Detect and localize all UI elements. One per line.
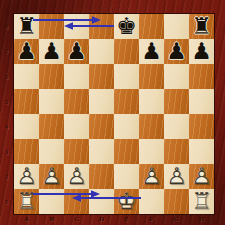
black-pawn: ♟ xyxy=(164,39,189,64)
square-b7[interactable]: ♟ xyxy=(39,39,64,64)
white-king: ♚♔ xyxy=(114,189,139,214)
square-c5[interactable] xyxy=(64,89,89,114)
white-pawn: ♟♙ xyxy=(139,164,164,189)
square-d4[interactable] xyxy=(89,114,114,139)
black-pawn: ♟ xyxy=(189,39,214,64)
square-a6[interactable] xyxy=(14,64,39,89)
square-c8[interactable] xyxy=(64,14,89,39)
square-g5[interactable] xyxy=(164,89,189,114)
square-a7[interactable]: ♟ xyxy=(14,39,39,64)
square-b8[interactable] xyxy=(39,14,64,39)
black-pawn: ♟ xyxy=(14,39,39,64)
square-g2[interactable]: ♟♙ xyxy=(164,164,189,189)
rank-label-4: 4 xyxy=(1,114,12,139)
white-pawn: ♟♙ xyxy=(164,164,189,189)
black-rook: ♜ xyxy=(189,14,214,39)
square-h5[interactable] xyxy=(189,89,214,114)
square-e4[interactable] xyxy=(114,114,139,139)
square-b1[interactable] xyxy=(39,189,64,214)
white-pawn: ♟♙ xyxy=(64,164,89,189)
square-a2[interactable]: ♟♙ xyxy=(14,164,39,189)
file-label-c: C xyxy=(64,214,89,224)
square-c6[interactable] xyxy=(64,64,89,89)
square-g6[interactable] xyxy=(164,64,189,89)
square-c3[interactable] xyxy=(64,139,89,164)
square-f2[interactable]: ♟♙ xyxy=(139,164,164,189)
square-h1[interactable]: ♜♖ xyxy=(189,189,214,214)
square-e3[interactable] xyxy=(114,139,139,164)
black-pawn: ♟ xyxy=(64,39,89,64)
square-e5[interactable] xyxy=(114,89,139,114)
square-b6[interactable] xyxy=(39,64,64,89)
white-pawn: ♟♙ xyxy=(189,164,214,189)
chess-board: ♜♚♜♟♟♟♟♟♟♟♙♟♙♟♙♟♙♟♙♟♙♜♖♚♔♜♖ xyxy=(14,14,214,214)
square-d1[interactable] xyxy=(89,189,114,214)
square-c7[interactable]: ♟ xyxy=(64,39,89,64)
square-e6[interactable] xyxy=(114,64,139,89)
square-f7[interactable]: ♟ xyxy=(139,39,164,64)
rank-label-8: 8 xyxy=(1,14,12,39)
white-pawn: ♟♙ xyxy=(39,164,64,189)
file-label-h: H xyxy=(189,214,214,224)
square-e2[interactable] xyxy=(114,164,139,189)
square-h3[interactable] xyxy=(189,139,214,164)
square-h8[interactable]: ♜ xyxy=(189,14,214,39)
square-h7[interactable]: ♟ xyxy=(189,39,214,64)
square-f6[interactable] xyxy=(139,64,164,89)
black-rook: ♜ xyxy=(14,14,39,39)
square-e1[interactable]: ♚♔ xyxy=(114,189,139,214)
square-c1[interactable] xyxy=(64,189,89,214)
square-d2[interactable] xyxy=(89,164,114,189)
rank-label-2: 2 xyxy=(1,164,12,189)
square-g8[interactable] xyxy=(164,14,189,39)
black-king: ♚ xyxy=(114,14,139,39)
chess-castling-diagram: ♜♚♜♟♟♟♟♟♟♟♙♟♙♟♙♟♙♟♙♟♙♜♖♚♔♜♖ 87654321 ABC… xyxy=(0,0,225,225)
white-pawn: ♟♙ xyxy=(14,164,39,189)
square-f1[interactable] xyxy=(139,189,164,214)
square-g1[interactable] xyxy=(164,189,189,214)
square-b5[interactable] xyxy=(39,89,64,114)
file-label-e: E xyxy=(114,214,139,224)
rank-label-6: 6 xyxy=(1,64,12,89)
square-d8[interactable] xyxy=(89,14,114,39)
rank-label-3: 3 xyxy=(1,139,12,164)
rank-label-7: 7 xyxy=(1,39,12,64)
square-a5[interactable] xyxy=(14,89,39,114)
file-label-d: D xyxy=(89,214,114,224)
black-pawn: ♟ xyxy=(39,39,64,64)
square-d6[interactable] xyxy=(89,64,114,89)
rank-label-1: 1 xyxy=(1,189,12,214)
square-f3[interactable] xyxy=(139,139,164,164)
square-b4[interactable] xyxy=(39,114,64,139)
square-b3[interactable] xyxy=(39,139,64,164)
square-a8[interactable]: ♜ xyxy=(14,14,39,39)
square-g4[interactable] xyxy=(164,114,189,139)
black-pawn: ♟ xyxy=(139,39,164,64)
file-label-a: A xyxy=(14,214,39,224)
file-label-f: F xyxy=(139,214,164,224)
square-b2[interactable]: ♟♙ xyxy=(39,164,64,189)
square-a3[interactable] xyxy=(14,139,39,164)
rank-label-5: 5 xyxy=(1,89,12,114)
square-d5[interactable] xyxy=(89,89,114,114)
square-e7[interactable] xyxy=(114,39,139,64)
square-d3[interactable] xyxy=(89,139,114,164)
square-e8[interactable]: ♚ xyxy=(114,14,139,39)
square-c4[interactable] xyxy=(64,114,89,139)
square-h2[interactable]: ♟♙ xyxy=(189,164,214,189)
file-label-g: G xyxy=(164,214,189,224)
square-a1[interactable]: ♜♖ xyxy=(14,189,39,214)
white-rook: ♜♖ xyxy=(189,189,214,214)
square-f8[interactable] xyxy=(139,14,164,39)
square-g3[interactable] xyxy=(164,139,189,164)
square-f5[interactable] xyxy=(139,89,164,114)
square-f4[interactable] xyxy=(139,114,164,139)
white-rook: ♜♖ xyxy=(14,189,39,214)
square-d7[interactable] xyxy=(89,39,114,64)
square-h6[interactable] xyxy=(189,64,214,89)
square-c2[interactable]: ♟♙ xyxy=(64,164,89,189)
square-h4[interactable] xyxy=(189,114,214,139)
square-a4[interactable] xyxy=(14,114,39,139)
square-g7[interactable]: ♟ xyxy=(164,39,189,64)
file-label-b: B xyxy=(39,214,64,224)
